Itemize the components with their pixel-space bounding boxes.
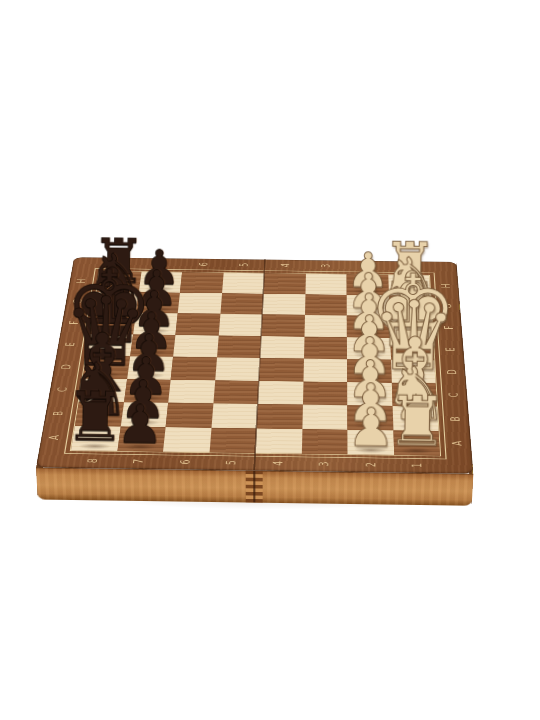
square-e1: ♚ (390, 338, 434, 361)
front-rail-number: 8 (82, 455, 103, 466)
square-h3 (305, 274, 347, 295)
square-c7: ♟ (124, 379, 171, 403)
square-h2: ♟ (347, 274, 389, 295)
front-rail-number: 1 (407, 460, 427, 471)
square-b1: ♞ (392, 406, 438, 431)
right-rail-letter: H (437, 281, 455, 290)
front-rail-number: 5 (221, 457, 241, 468)
right-rail-letter: A (447, 438, 467, 449)
square-a1: ♜ (393, 430, 440, 456)
right-rail-letter: B (446, 414, 465, 424)
square-b7: ♟ (120, 402, 168, 427)
square-a8: ♜ (71, 426, 120, 451)
square-e6 (173, 335, 218, 358)
square-f1: ♝ (389, 316, 433, 338)
square-c4 (258, 381, 303, 405)
right-rail-letter: E (441, 345, 460, 354)
front-rail-number: 2 (361, 459, 380, 470)
square-a6 (163, 427, 211, 452)
front-rail-number: 7 (129, 456, 149, 467)
square-g3 (305, 294, 347, 315)
left-rail-letter: D (57, 362, 77, 372)
square-b4 (256, 404, 302, 429)
square-e7: ♟ (130, 334, 176, 357)
square-b5 (211, 403, 258, 428)
square-a4 (255, 428, 302, 453)
square-f8: ♝ (90, 312, 136, 334)
back-rail-number: 4 (277, 261, 294, 269)
right-rail-letter: D (443, 367, 462, 377)
square-d7: ♟ (127, 356, 173, 379)
square-g1: ♞ (388, 295, 431, 316)
back-rail-number: 6 (195, 260, 213, 268)
square-d2: ♟ (347, 359, 391, 382)
square-d4 (259, 358, 304, 381)
white-pawn-h2: ♟ (346, 248, 390, 294)
square-d5 (215, 357, 260, 380)
square-e3 (304, 336, 348, 359)
left-rail-letter: F (65, 318, 84, 327)
square-c3 (302, 381, 347, 405)
back-rail-number: 5 (236, 261, 253, 269)
left-rail-letter: A (44, 432, 65, 443)
square-e4 (260, 336, 304, 359)
square-g5 (220, 293, 263, 314)
square-f2: ♟ (347, 316, 390, 338)
square-e5 (217, 335, 262, 358)
black-pawn-h7: ♟ (138, 246, 181, 292)
square-g2: ♟ (347, 295, 389, 316)
square-d8: ♛ (83, 356, 130, 379)
product-photo: ♜♟♟♜♞♟♟♞♝♟♟♝♚♟♟♚♛♟♟♛♝♟♟♝♞♟♟♞♜♟♟♜ HH88GG7… (0, 0, 540, 720)
square-a5 (209, 428, 256, 453)
square-a2: ♟ (347, 429, 393, 455)
square-h7: ♟ (138, 272, 182, 293)
square-f4 (261, 314, 304, 336)
board-top-frame: ♜♟♟♜♞♟♟♞♝♟♟♝♚♟♟♚♛♟♟♛♝♟♟♝♞♟♟♞♜♟♟♜ HH88GG7… (36, 257, 473, 474)
square-d1: ♛ (391, 360, 436, 383)
left-rail-letter: G (68, 297, 87, 306)
back-rail-number: 1 (399, 263, 416, 271)
front-rail-number: 4 (268, 458, 288, 469)
square-c8: ♝ (79, 378, 127, 402)
left-rail-letter: B (48, 408, 68, 418)
back-rail-number: 8 (113, 259, 131, 267)
left-rail-letter: H (72, 277, 91, 286)
front-rail-number: 3 (315, 459, 334, 470)
square-b3 (302, 405, 347, 430)
front-rail-number: 6 (175, 457, 195, 468)
square-b6 (166, 403, 213, 428)
chess-board: ♜♟♟♜♞♟♟♞♝♟♟♝♚♟♟♚♛♟♟♛♝♟♟♝♞♟♟♞♜♟♟♜ HH88GG7… (36, 257, 473, 474)
square-h6 (180, 272, 223, 293)
square-a7: ♟ (117, 426, 166, 451)
square-f7: ♟ (133, 313, 178, 335)
back-rail-number: 3 (318, 262, 335, 270)
square-h5 (222, 273, 265, 294)
square-d6 (171, 357, 217, 380)
square-c5 (213, 380, 259, 404)
square-h4 (263, 273, 305, 294)
square-c6 (168, 380, 215, 404)
square-g7: ♟ (136, 292, 180, 313)
square-b2: ♟ (347, 405, 393, 430)
left-rail-letter: C (52, 385, 72, 395)
right-rail-letter: C (444, 390, 463, 400)
square-f5 (218, 314, 262, 336)
left-rail-letter: E (61, 340, 80, 349)
back-rail-number: 2 (359, 262, 376, 270)
square-h1: ♜ (388, 275, 430, 296)
square-f6 (175, 313, 220, 335)
right-rail-letter: G (438, 302, 456, 311)
square-e8: ♚ (86, 334, 132, 357)
square-c2: ♟ (347, 382, 392, 406)
square-g8: ♞ (93, 291, 138, 312)
finger-joint (246, 470, 263, 502)
right-rail-letter: F (440, 323, 458, 332)
back-rail-number: 7 (154, 260, 172, 268)
square-g6 (178, 293, 222, 314)
board-front-edge (36, 467, 473, 505)
square-b8: ♞ (75, 402, 124, 427)
square-e2: ♟ (347, 337, 391, 360)
square-a3 (301, 429, 347, 455)
square-g4 (262, 294, 305, 315)
square-h8: ♜ (97, 271, 141, 292)
square-f3 (304, 315, 347, 337)
square-c1: ♝ (391, 383, 437, 407)
square-d3 (303, 359, 347, 382)
